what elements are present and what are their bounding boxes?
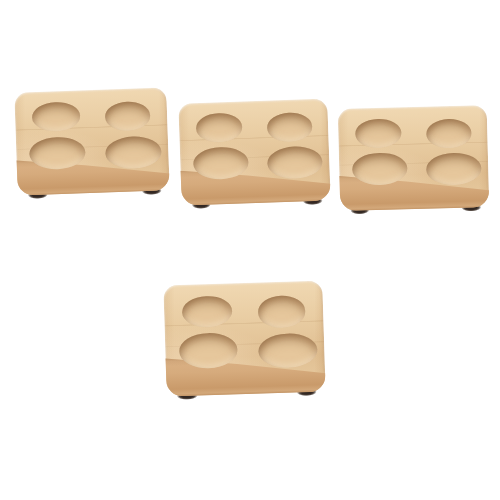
egg-cup-recess-bottom-right <box>105 135 162 169</box>
wooden-tray-top-left <box>14 87 170 195</box>
egg-cup-recess-top-right <box>257 295 306 328</box>
egg-cup-recess-top-right <box>104 101 151 131</box>
egg-cup-recess-bottom-right <box>267 146 323 180</box>
egg-cup-recess-top-left <box>196 113 243 143</box>
egg-cup-recess-bottom-right <box>426 153 482 186</box>
egg-cup-recess-bottom-right <box>258 332 318 368</box>
egg-cup-recess-top-left <box>355 119 402 149</box>
egg-cup-recess-top-left <box>32 102 80 132</box>
wooden-tray-top-right <box>338 105 490 211</box>
wooden-tray-bottom-center <box>163 281 325 397</box>
egg-cup-recess-bottom-left <box>352 153 408 186</box>
tray-top-face <box>163 281 325 397</box>
egg-cup-recess-top-right <box>426 119 471 149</box>
tray-top-face <box>338 105 490 211</box>
egg-cup-recess-top-right <box>267 112 313 142</box>
tray-top-face <box>178 98 330 205</box>
wooden-tray-top-middle <box>178 98 330 205</box>
tray-top-face <box>14 87 170 195</box>
egg-cup-recess-bottom-left <box>178 333 238 369</box>
product-photo-canvas <box>0 0 500 500</box>
egg-cup-recess-top-left <box>182 296 232 329</box>
